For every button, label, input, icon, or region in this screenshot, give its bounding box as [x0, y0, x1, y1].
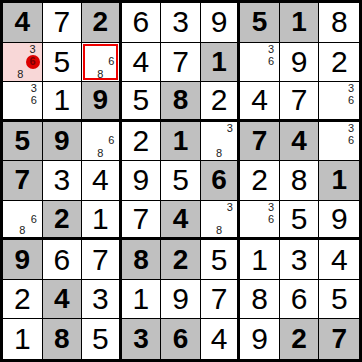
- cell-r3c2[interactable]: 1: [43, 82, 83, 122]
- hint-circled-candidate: 6: [26, 55, 40, 69]
- solved-digit: 9: [331, 204, 348, 234]
- cell-r1c5[interactable]: 3: [161, 3, 201, 43]
- solved-digit: 7: [291, 85, 308, 115]
- cell-r8c5[interactable]: 9: [161, 280, 201, 320]
- solved-digit: 8: [251, 284, 268, 314]
- candidate-marks: 36: [321, 123, 357, 160]
- cell-r1c6[interactable]: 9: [201, 3, 241, 43]
- candidate-marks: 38: [203, 202, 236, 237]
- cell-r4c8[interactable]: 4: [280, 122, 320, 162]
- solved-digit: 2: [211, 85, 228, 115]
- cell-r3c1[interactable]: 36: [3, 82, 43, 122]
- cell-r1c7[interactable]: 5: [240, 3, 280, 43]
- cell-r6c3[interactable]: 1: [82, 201, 122, 241]
- cell-r5c1[interactable]: 7: [3, 161, 43, 201]
- cell-r7c6[interactable]: 5: [201, 240, 241, 280]
- cell-r4c4[interactable]: 2: [122, 122, 162, 162]
- cell-r7c2[interactable]: 6: [43, 240, 83, 280]
- cell-r3c7[interactable]: 4: [240, 82, 280, 122]
- solved-digit: 4: [133, 47, 150, 77]
- candidate-marks: 68: [5, 202, 40, 237]
- cell-r6c8[interactable]: 5: [280, 201, 320, 241]
- given-digit: 5: [14, 127, 30, 155]
- candidate-marks: 36: [242, 44, 277, 81]
- cell-r6c7[interactable]: 36: [240, 201, 280, 241]
- cell-r6c4[interactable]: 7: [122, 201, 162, 241]
- cell-r6c9[interactable]: 9: [319, 201, 359, 241]
- given-digit: 2: [54, 205, 70, 233]
- solved-digit: 2: [251, 165, 268, 195]
- given-digit: 4: [173, 205, 189, 233]
- sudoku-board: 4726395183685684713692361958247365968213…: [0, 0, 362, 362]
- cell-r6c2[interactable]: 2: [43, 201, 83, 241]
- candidate-digit: 3: [265, 44, 277, 56]
- given-digit: 6: [211, 166, 227, 194]
- solved-digit: 7: [133, 204, 150, 234]
- cell-r3c3[interactable]: 9: [82, 82, 122, 122]
- solved-digit: 3: [53, 165, 70, 195]
- candidate-digit: 8: [214, 147, 225, 159]
- solved-digit: 9: [172, 284, 189, 314]
- cell-r1c9[interactable]: 8: [319, 3, 359, 43]
- solved-digit: 7: [172, 47, 189, 77]
- candidate-marks: 68: [84, 123, 117, 160]
- candidate-digit: 3: [224, 123, 235, 135]
- given-digit: 8: [173, 86, 189, 114]
- given-digit: 2: [291, 325, 307, 353]
- given-digit: 7: [331, 325, 347, 353]
- cell-r7c9[interactable]: 4: [319, 240, 359, 280]
- cell-r9c9[interactable]: 7: [319, 319, 359, 359]
- given-digit: 7: [14, 166, 30, 194]
- cell-r7c7[interactable]: 1: [240, 240, 280, 280]
- cell-r9c5[interactable]: 6: [161, 319, 201, 359]
- cell-r4c9[interactable]: 36: [319, 122, 359, 162]
- cell-r7c3[interactable]: 7: [82, 240, 122, 280]
- candidate-marks: 36: [5, 83, 40, 118]
- cell-r7c5[interactable]: 2: [161, 240, 201, 280]
- cell-r5c4[interactable]: 9: [122, 161, 162, 201]
- cell-r2c1[interactable]: 368: [3, 43, 43, 83]
- solved-digit: 5: [53, 47, 70, 77]
- cell-r4c6[interactable]: 38: [201, 122, 241, 162]
- cell-r5c6[interactable]: 6: [201, 161, 241, 201]
- solved-digit: 1: [14, 324, 31, 354]
- solved-digit: 1: [251, 245, 268, 275]
- candidate-digit: 8: [95, 147, 106, 159]
- given-digit: 8: [133, 246, 149, 274]
- cell-r1c3[interactable]: 2: [82, 3, 122, 43]
- cell-r4c2[interactable]: 9: [43, 122, 83, 162]
- given-digit: 9: [54, 127, 70, 155]
- given-digit: 4: [54, 285, 70, 313]
- given-digit: 7: [252, 127, 268, 155]
- candidate-digit: 3: [28, 83, 40, 95]
- candidate-marks: 38: [203, 123, 236, 160]
- candidate-digit: 6: [265, 213, 277, 225]
- cell-r1c4[interactable]: 6: [122, 3, 162, 43]
- solved-digit: 1: [133, 284, 150, 314]
- cell-r7c4[interactable]: 8: [122, 240, 162, 280]
- given-digit: 4: [291, 127, 307, 155]
- candidate-marks: 36: [242, 202, 277, 237]
- cell-r3c8[interactable]: 7: [280, 82, 320, 122]
- cell-r4c3[interactable]: 68: [82, 122, 122, 162]
- solved-digit: 2: [14, 284, 31, 314]
- cell-r6c5[interactable]: 4: [161, 201, 201, 241]
- cell-r2c4[interactable]: 4: [122, 43, 162, 83]
- solved-digit: 7: [211, 284, 228, 314]
- candidate-digit: 3: [345, 123, 357, 135]
- solved-digit: 5: [92, 324, 109, 354]
- solved-digit: 5: [172, 165, 189, 195]
- candidate-marks: 68: [84, 44, 117, 81]
- cell-r9c8[interactable]: 2: [280, 319, 320, 359]
- cell-r2c7[interactable]: 36: [240, 43, 280, 83]
- cell-r8c1[interactable]: 2: [3, 280, 43, 320]
- solved-digit: 4: [92, 165, 109, 195]
- solved-digit: 2: [331, 47, 348, 77]
- solved-digit: 4: [211, 324, 228, 354]
- cell-r8c8[interactable]: 6: [280, 280, 320, 320]
- solved-digit: 8: [291, 165, 308, 195]
- given-digit: 5: [252, 8, 268, 36]
- cell-r3c4[interactable]: 5: [122, 82, 162, 122]
- solved-digit: 6: [133, 7, 150, 37]
- cell-r2c2[interactable]: 5: [43, 43, 83, 83]
- cell-r8c4[interactable]: 1: [122, 280, 162, 320]
- candidate-digit: 8: [95, 68, 106, 80]
- solved-digit: 6: [291, 284, 308, 314]
- candidate-digit: 6: [345, 95, 357, 107]
- candidate-digit: 3: [26, 44, 40, 55]
- candidate-digit: 8: [15, 69, 25, 80]
- solved-digit: 1: [53, 85, 70, 115]
- given-digit: 1: [173, 127, 189, 155]
- cell-r9c6[interactable]: 4: [201, 319, 241, 359]
- given-digit: 9: [14, 246, 30, 274]
- solved-digit: 3: [172, 7, 189, 37]
- solved-digit: 9: [291, 47, 308, 77]
- solved-digit: 4: [251, 85, 268, 115]
- cell-r3c5[interactable]: 8: [161, 82, 201, 122]
- given-digit: 3: [133, 325, 149, 353]
- cell-r4c5[interactable]: 1: [161, 122, 201, 162]
- cell-r2c5[interactable]: 7: [161, 43, 201, 83]
- cell-r9c2[interactable]: 8: [43, 319, 83, 359]
- given-digit: 1: [291, 8, 307, 36]
- solved-digit: 5: [211, 245, 228, 275]
- given-digit: 4: [14, 8, 30, 36]
- candidate-digit: 6: [28, 95, 40, 107]
- candidate-digit: 6: [106, 135, 117, 147]
- cell-r5c7[interactable]: 2: [240, 161, 280, 201]
- cell-r8c9[interactable]: 5: [319, 280, 359, 320]
- cell-r1c8[interactable]: 1: [280, 3, 320, 43]
- solved-digit: 5: [291, 204, 308, 234]
- cell-r8c7[interactable]: 8: [240, 280, 280, 320]
- cell-r5c9[interactable]: 1: [319, 161, 359, 201]
- cell-r5c3[interactable]: 4: [82, 161, 122, 201]
- solved-digit: 4: [331, 245, 348, 275]
- solved-digit: 5: [133, 85, 150, 115]
- cell-r2c8[interactable]: 9: [280, 43, 320, 83]
- candidate-digit: 3: [345, 83, 357, 95]
- solved-digit: 3: [92, 284, 109, 314]
- candidate-digit: 8: [214, 225, 225, 237]
- candidate-digit: 6: [345, 135, 357, 147]
- cell-r6c6[interactable]: 38: [201, 201, 241, 241]
- candidate-digit: 3: [224, 202, 235, 214]
- cell-r8c6[interactable]: 7: [201, 280, 241, 320]
- given-digit: 2: [173, 246, 189, 274]
- cell-r9c4[interactable]: 3: [122, 319, 162, 359]
- given-digit: 1: [331, 166, 347, 194]
- candidate-digit: 6: [265, 56, 277, 68]
- cell-r5c5[interactable]: 5: [161, 161, 201, 201]
- cell-r2c3[interactable]: 68: [82, 43, 122, 83]
- candidate-digit: 6: [106, 56, 117, 68]
- cell-r8c2[interactable]: 4: [43, 280, 83, 320]
- solved-digit: 9: [211, 7, 228, 37]
- cell-r1c2[interactable]: 7: [43, 3, 83, 43]
- given-digit: 8: [54, 325, 70, 353]
- cell-r2c9[interactable]: 2: [319, 43, 359, 83]
- cell-r3c9[interactable]: 36: [319, 82, 359, 122]
- solved-digit: 7: [92, 245, 109, 275]
- cell-r2c6[interactable]: 1: [201, 43, 241, 83]
- candidate-marks: 368: [5, 44, 40, 81]
- given-digit: 6: [173, 325, 189, 353]
- cell-r5c2[interactable]: 3: [43, 161, 83, 201]
- candidate-digit: 6: [28, 213, 40, 225]
- solved-digit: 6: [53, 245, 70, 275]
- cell-r4c7[interactable]: 7: [240, 122, 280, 162]
- solved-digit: 8: [331, 7, 348, 37]
- solved-digit: 1: [92, 204, 109, 234]
- solved-digit: 2: [133, 126, 150, 156]
- candidate-digit: 8: [17, 225, 29, 237]
- cell-r6c1[interactable]: 68: [3, 201, 43, 241]
- given-digit: 1: [211, 48, 227, 76]
- cell-r3c6[interactable]: 2: [201, 82, 241, 122]
- solved-digit: 9: [251, 324, 268, 354]
- cell-r7c8[interactable]: 3: [280, 240, 320, 280]
- cell-r1c1[interactable]: 4: [3, 3, 43, 43]
- cell-r9c3[interactable]: 5: [82, 319, 122, 359]
- cell-r4c1[interactable]: 5: [3, 122, 43, 162]
- solved-digit: 3: [291, 245, 308, 275]
- given-digit: 2: [93, 8, 109, 36]
- cell-r9c1[interactable]: 1: [3, 319, 43, 359]
- cell-r5c8[interactable]: 8: [280, 161, 320, 201]
- candidate-marks: 36: [321, 83, 357, 118]
- solved-digit: 5: [331, 284, 348, 314]
- given-digit: 9: [93, 86, 109, 114]
- cell-r8c3[interactable]: 3: [82, 280, 122, 320]
- cell-r7c1[interactable]: 9: [3, 240, 43, 280]
- cell-r9c7[interactable]: 9: [240, 319, 280, 359]
- solved-digit: 9: [133, 165, 150, 195]
- solved-digit: 7: [53, 7, 70, 37]
- candidate-digit: 3: [265, 202, 277, 214]
